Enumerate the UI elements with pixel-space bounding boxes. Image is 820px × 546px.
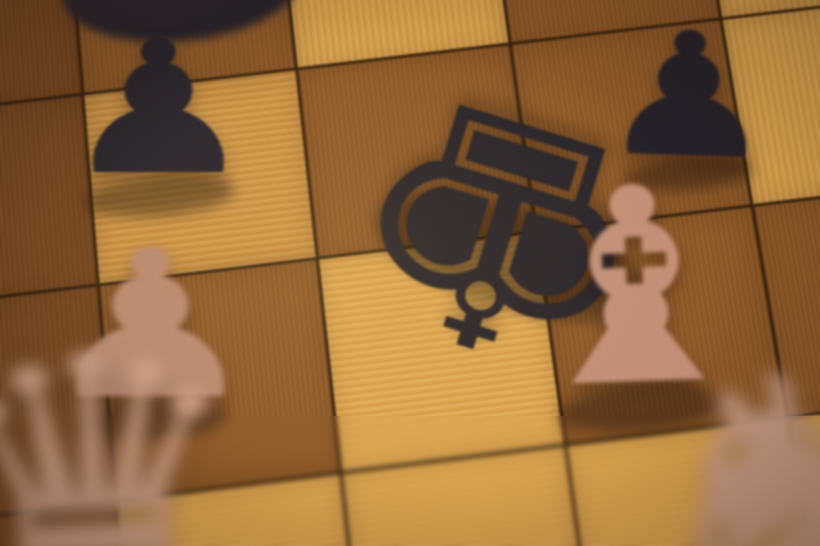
foreground-blur-overlay: [0, 416, 820, 546]
chessboard-photo-scene: ♟♟♚♟♝♛♞: [0, 0, 820, 546]
